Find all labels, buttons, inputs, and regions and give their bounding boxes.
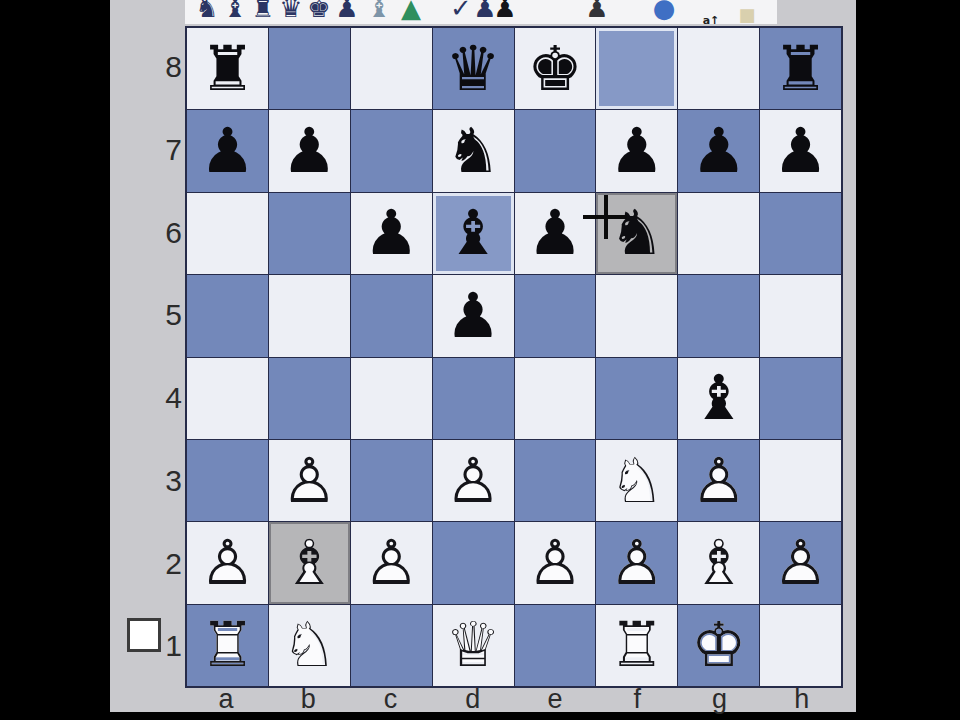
square-c7[interactable] (351, 110, 432, 191)
square-e7[interactable] (515, 110, 596, 191)
square-c6[interactable]: ♟ (351, 193, 432, 274)
square-b1[interactable]: ♞♘ (269, 605, 350, 686)
globe-icon[interactable]: ● (650, 0, 678, 23)
square-d7[interactable]: ♞ (433, 110, 514, 191)
square-c3[interactable] (351, 440, 432, 521)
file-label-f: f (617, 687, 657, 712)
square-e3[interactable] (515, 440, 596, 521)
square-f3[interactable]: ♞♘ (596, 440, 677, 521)
square-d5[interactable]: ♟ (433, 275, 514, 356)
piece-black-pawn: ♟ (515, 193, 596, 274)
document-icon[interactable]: ■ (733, 0, 761, 24)
rank-label-5: 5 (138, 298, 182, 332)
square-f6[interactable]: ♞ (596, 193, 677, 274)
piece-white-pawn: ♙ (515, 522, 596, 603)
piece-black-knight: ♞ (433, 110, 514, 191)
square-c2[interactable]: ♟♙ (351, 522, 432, 603)
piece-black-pawn: ♟ (269, 110, 350, 191)
square-e2[interactable]: ♟♙ (515, 522, 596, 603)
piece-white-knight: ♘ (596, 440, 677, 521)
square-b7[interactable]: ♟ (269, 110, 350, 191)
app-window: ♞♝♜♛♚♟♝▲✓♟♟♟●a↑■ ♜♛♚♜♟♟♞♟♟♟♟♝♟♞♟♝♟♙♟♙♞♘♟… (0, 0, 960, 720)
piece-white-pawn: ♙ (187, 522, 268, 603)
square-b2[interactable]: ♝♗ (269, 522, 350, 603)
square-c4[interactable] (351, 358, 432, 439)
square-a2[interactable]: ♟♙ (187, 522, 268, 603)
piece-white-knight: ♘ (269, 605, 350, 686)
square-h3[interactable] (760, 440, 841, 521)
piece-white-pawn-fill: ♟ (351, 522, 432, 603)
square-d6[interactable]: ♝ (433, 193, 514, 274)
rank-label-2: 2 (138, 547, 182, 581)
piece-white-knight-fill: ♞ (269, 605, 350, 686)
piece-white-queen-fill: ♛ (433, 605, 514, 686)
text-size-icon[interactable]: a↑ (697, 6, 725, 24)
piece-black-bishop: ♝ (678, 358, 759, 439)
piece-white-rook-fill: ♜ (596, 605, 677, 686)
piece-white-bishop-fill: ♝ (269, 522, 350, 603)
square-h6[interactable] (760, 193, 841, 274)
square-f1[interactable]: ♜♖ (596, 605, 677, 686)
piece-white-bishop-fill: ♝ (678, 522, 759, 603)
king-piece-icon[interactable]: ♚ (305, 0, 333, 23)
square-g3[interactable]: ♟♙ (678, 440, 759, 521)
square-b3[interactable]: ♟♙ (269, 440, 350, 521)
pawn-black-icon[interactable]: ♟ (491, 0, 519, 23)
square-e6[interactable]: ♟ (515, 193, 596, 274)
square-a7[interactable]: ♟ (187, 110, 268, 191)
piece-black-pawn: ♟ (351, 193, 432, 274)
knight-piece-icon[interactable]: ♞ (193, 0, 221, 23)
rank-label-3: 3 (138, 464, 182, 498)
piece-black-king: ♚ (515, 28, 596, 109)
square-h5[interactable] (760, 275, 841, 356)
square-e1[interactable] (515, 605, 596, 686)
pawn-gray-icon[interactable]: ♟ (583, 0, 611, 23)
square-f4[interactable] (596, 358, 677, 439)
piece-white-pawn-fill: ♟ (269, 440, 350, 521)
piece-white-bishop: ♗ (269, 522, 350, 603)
piece-black-bishop: ♝ (433, 193, 514, 274)
pawn-piece-icon[interactable]: ♟ (333, 0, 361, 23)
piece-black-rook: ♜ (760, 28, 841, 109)
square-b8[interactable] (269, 28, 350, 109)
square-h4[interactable] (760, 358, 841, 439)
square-b5[interactable] (269, 275, 350, 356)
square-a1[interactable]: ♜♖ (187, 605, 268, 686)
chess-board: ♜♛♚♜♟♟♞♟♟♟♟♝♟♞♟♝♟♙♟♙♞♘♟♙♟♙♝♗♟♙♟♙♟♙♝♗♟♙♜♖… (185, 26, 843, 688)
rank-label-4: 4 (138, 381, 182, 415)
piece-black-rook: ♜ (187, 28, 268, 109)
square-g8[interactable] (678, 28, 759, 109)
square-c1[interactable] (351, 605, 432, 686)
piece-black-pawn: ♟ (596, 110, 677, 191)
piece-white-pawn-fill: ♟ (760, 522, 841, 603)
toolbar: ♞♝♜♛♚♟♝▲✓♟♟♟●a↑■ (185, 0, 777, 24)
file-label-b: b (288, 687, 328, 712)
square-d4[interactable] (433, 358, 514, 439)
square-e5[interactable] (515, 275, 596, 356)
square-c8[interactable] (351, 28, 432, 109)
piece-white-pawn-fill: ♟ (678, 440, 759, 521)
piece-white-king: ♔ (678, 605, 759, 686)
bishop-gray-icon[interactable]: ♝ (365, 0, 393, 23)
piece-white-pawn: ♙ (678, 440, 759, 521)
tree-icon[interactable]: ▲ (397, 0, 425, 23)
piece-white-king-fill: ♚ (678, 605, 759, 686)
rank-label-7: 7 (138, 133, 182, 167)
square-d8[interactable]: ♛ (433, 28, 514, 109)
file-label-e: e (535, 687, 575, 712)
square-d2[interactable] (433, 522, 514, 603)
square-h1[interactable] (760, 605, 841, 686)
file-label-d: d (453, 687, 493, 712)
square-a3[interactable] (187, 440, 268, 521)
square-h7[interactable]: ♟ (760, 110, 841, 191)
piece-white-pawn: ♙ (433, 440, 514, 521)
square-d3[interactable]: ♟♙ (433, 440, 514, 521)
piece-black-pawn: ♟ (187, 110, 268, 191)
rook-piece-icon[interactable]: ♜ (249, 0, 277, 23)
piece-black-pawn: ♟ (433, 275, 514, 356)
square-c5[interactable] (351, 275, 432, 356)
square-g5[interactable] (678, 275, 759, 356)
square-g4[interactable]: ♝ (678, 358, 759, 439)
bishop-piece-icon[interactable]: ♝ (221, 0, 249, 23)
square-f7[interactable]: ♟ (596, 110, 677, 191)
square-g2[interactable]: ♝♗ (678, 522, 759, 603)
piece-white-pawn-fill: ♟ (187, 522, 268, 603)
piece-white-rook: ♖ (596, 605, 677, 686)
rank-label-8: 8 (138, 50, 182, 84)
square-b6[interactable] (269, 193, 350, 274)
piece-white-queen: ♕ (433, 605, 514, 686)
piece-white-rook-fill: ♜ (187, 605, 268, 686)
square-e4[interactable] (515, 358, 596, 439)
piece-black-queen: ♛ (433, 28, 514, 109)
piece-black-pawn: ♟ (678, 110, 759, 191)
piece-white-pawn: ♙ (760, 522, 841, 603)
file-label-h: h (782, 687, 822, 712)
piece-white-pawn: ♙ (269, 440, 350, 521)
square-a6[interactable] (187, 193, 268, 274)
piece-white-pawn: ♙ (351, 522, 432, 603)
file-label-c: c (371, 687, 411, 712)
square-h8[interactable]: ♜ (760, 28, 841, 109)
piece-white-pawn-fill: ♟ (433, 440, 514, 521)
square-f8[interactable] (596, 28, 677, 109)
piece-white-pawn-fill: ♟ (596, 522, 677, 603)
queen-piece-icon[interactable]: ♛ (277, 0, 305, 23)
piece-white-pawn: ♙ (596, 522, 677, 603)
square-a4[interactable] (187, 358, 268, 439)
file-label-a: a (206, 687, 246, 712)
rank-label-6: 6 (138, 216, 182, 250)
square-b4[interactable] (269, 358, 350, 439)
piece-black-knight: ♞ (596, 193, 677, 274)
square-h2[interactable]: ♟♙ (760, 522, 841, 603)
piece-white-bishop: ♗ (678, 522, 759, 603)
piece-white-rook: ♖ (187, 605, 268, 686)
square-e8[interactable]: ♚ (515, 28, 596, 109)
file-label-g: g (700, 687, 740, 712)
square-f2[interactable]: ♟♙ (596, 522, 677, 603)
side-to-move-indicator (127, 618, 161, 652)
piece-black-pawn: ♟ (760, 110, 841, 191)
square-f5[interactable] (596, 275, 677, 356)
square-a5[interactable] (187, 275, 268, 356)
square-g1[interactable]: ♚♔ (678, 605, 759, 686)
square-a8[interactable]: ♜ (187, 28, 268, 109)
square-g6[interactable] (678, 193, 759, 274)
square-d1[interactable]: ♛♕ (433, 605, 514, 686)
piece-white-knight-fill: ♞ (596, 440, 677, 521)
square-g7[interactable]: ♟ (678, 110, 759, 191)
piece-white-pawn-fill: ♟ (515, 522, 596, 603)
